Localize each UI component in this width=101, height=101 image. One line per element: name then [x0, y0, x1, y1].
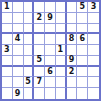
- cell-r5c5[interactable]: [45, 45, 56, 56]
- cell-r2c3[interactable]: [24, 13, 35, 24]
- cell-r8c5[interactable]: [45, 77, 56, 88]
- cell-r2c7[interactable]: [67, 13, 78, 24]
- cell-r1c8-given[interactable]: 5: [77, 2, 88, 13]
- cell-r2c2[interactable]: [13, 13, 24, 24]
- cell-r6c9[interactable]: [88, 56, 99, 67]
- cell-r6c6[interactable]: [56, 56, 67, 67]
- cell-r3c9[interactable]: [88, 24, 99, 35]
- cell-r9c3[interactable]: [24, 88, 35, 99]
- cell-r3c8[interactable]: [77, 24, 88, 35]
- cell-r7c6[interactable]: [56, 67, 67, 78]
- cell-r4c7-given[interactable]: 8: [67, 34, 78, 45]
- cell-r1c1-given[interactable]: 1: [2, 2, 13, 13]
- cell-r7c8[interactable]: [77, 67, 88, 78]
- cell-r4c1[interactable]: [2, 34, 13, 45]
- cell-r6c2[interactable]: [13, 56, 24, 67]
- cell-r8c3-given[interactable]: 5: [24, 77, 35, 88]
- cell-r7c2[interactable]: [13, 67, 24, 78]
- cell-r4c3[interactable]: [24, 34, 35, 45]
- cell-r4c2-given[interactable]: 4: [13, 34, 24, 45]
- cell-r5c2[interactable]: [13, 45, 24, 56]
- cell-r2c4-given[interactable]: 2: [34, 13, 45, 24]
- cell-r2c8[interactable]: [77, 13, 88, 24]
- cell-r8c9[interactable]: [88, 77, 99, 88]
- cell-r6c8[interactable]: [77, 56, 88, 67]
- cell-r6c5[interactable]: [45, 56, 56, 67]
- cell-r2c6[interactable]: [56, 13, 67, 24]
- cell-r9c6[interactable]: [56, 88, 67, 99]
- cell-r1c3[interactable]: [24, 2, 35, 13]
- cell-r8c2[interactable]: [13, 77, 24, 88]
- cell-r1c7[interactable]: [67, 2, 78, 13]
- cell-r7c7-given[interactable]: 2: [67, 67, 78, 78]
- cell-r7c1[interactable]: [2, 67, 13, 78]
- cell-r4c6[interactable]: [56, 34, 67, 45]
- cell-r5c8[interactable]: [77, 45, 88, 56]
- cell-r3c4[interactable]: [34, 24, 45, 35]
- cell-r1c6[interactable]: [56, 2, 67, 13]
- cell-r8c8[interactable]: [77, 77, 88, 88]
- cell-r9c9[interactable]: [88, 88, 99, 99]
- cell-r3c1[interactable]: [2, 24, 13, 35]
- cell-r8c7[interactable]: [67, 77, 78, 88]
- cell-r9c5[interactable]: [45, 88, 56, 99]
- cell-r4c4[interactable]: [34, 34, 45, 45]
- cell-r5c3[interactable]: [24, 45, 35, 56]
- cell-r3c3[interactable]: [24, 24, 35, 35]
- cell-r7c9[interactable]: [88, 67, 99, 78]
- cell-r9c4[interactable]: [34, 88, 45, 99]
- cell-r3c7[interactable]: [67, 24, 78, 35]
- cell-r1c9-given[interactable]: 3: [88, 2, 99, 13]
- cell-r1c5[interactable]: [45, 2, 56, 13]
- cell-r4c8-given[interactable]: 6: [77, 34, 88, 45]
- cell-r7c3[interactable]: [24, 67, 35, 78]
- cell-r9c7[interactable]: [67, 88, 78, 99]
- cell-r2c1[interactable]: [2, 13, 13, 24]
- cell-r1c4[interactable]: [34, 2, 45, 13]
- cell-r4c5[interactable]: [45, 34, 56, 45]
- cell-r5c7[interactable]: [67, 45, 78, 56]
- cell-r8c6[interactable]: [56, 77, 67, 88]
- cell-r8c1[interactable]: [2, 77, 13, 88]
- cell-r3c6[interactable]: [56, 24, 67, 35]
- cell-r2c5-given[interactable]: 9: [45, 13, 56, 24]
- sudoku-board: 15329486315962579: [0, 0, 101, 101]
- cell-r9c8[interactable]: [77, 88, 88, 99]
- cell-r7c4[interactable]: [34, 67, 45, 78]
- cell-r1c2[interactable]: [13, 2, 24, 13]
- cell-r9c1[interactable]: [2, 88, 13, 99]
- cell-r5c9[interactable]: [88, 45, 99, 56]
- cell-r5c1-given[interactable]: 3: [2, 45, 13, 56]
- cell-r4c9[interactable]: [88, 34, 99, 45]
- cell-r6c4-given[interactable]: 5: [34, 56, 45, 67]
- cell-r3c5[interactable]: [45, 24, 56, 35]
- cell-r5c6-given[interactable]: 1: [56, 45, 67, 56]
- cell-r6c3[interactable]: [24, 56, 35, 67]
- cell-r8c4-given[interactable]: 7: [34, 77, 45, 88]
- cell-r9c2-given[interactable]: 9: [13, 88, 24, 99]
- cell-r7c5-given[interactable]: 6: [45, 67, 56, 78]
- cell-r6c7-given[interactable]: 9: [67, 56, 78, 67]
- cell-r2c9[interactable]: [88, 13, 99, 24]
- cell-r5c4[interactable]: [34, 45, 45, 56]
- cell-r3c2[interactable]: [13, 24, 24, 35]
- cell-r6c1[interactable]: [2, 56, 13, 67]
